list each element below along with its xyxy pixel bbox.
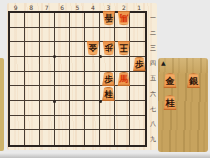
square-4-6[interactable]: [85, 86, 100, 101]
rank-label-6: 六: [149, 87, 157, 102]
sente-komadai: ▲ 金銀桂: [158, 58, 208, 152]
square-1-3[interactable]: [130, 42, 145, 57]
square-5-7[interactable]: [70, 101, 85, 116]
square-9-8[interactable]: [10, 116, 25, 131]
file-label-9: 9: [8, 4, 23, 11]
file-label-5: 5: [70, 4, 85, 11]
rank-label-5: 五: [149, 71, 157, 86]
square-5-3[interactable]: [70, 42, 85, 57]
square-5-5[interactable]: [70, 72, 85, 87]
square-8-6[interactable]: [25, 86, 40, 101]
square-9-2[interactable]: [10, 28, 25, 43]
square-7-8[interactable]: [40, 116, 55, 131]
square-7-9[interactable]: [40, 130, 55, 145]
square-1-9[interactable]: [130, 130, 145, 145]
square-9-1[interactable]: [10, 13, 25, 28]
sente-triangle-marker: ▲: [161, 60, 166, 66]
square-9-9[interactable]: [10, 130, 25, 145]
square-2-8[interactable]: [115, 116, 130, 131]
square-3-4[interactable]: [100, 57, 115, 72]
square-1-1[interactable]: [130, 13, 145, 28]
square-5-8[interactable]: [70, 116, 85, 131]
file-label-2: 2: [116, 4, 131, 11]
square-9-3[interactable]: [10, 42, 25, 57]
square-2-2[interactable]: [115, 28, 130, 43]
square-1-5[interactable]: [130, 72, 145, 87]
rank-label-1: 一: [149, 11, 157, 26]
hand-piece-gold[interactable]: 金: [163, 73, 177, 88]
square-8-2[interactable]: [25, 28, 40, 43]
file-label-3: 3: [101, 4, 116, 11]
square-3-8[interactable]: [100, 116, 115, 131]
file-label-4: 4: [85, 4, 100, 11]
hand-piece-silver[interactable]: 銀: [187, 73, 201, 88]
square-1-2[interactable]: [130, 28, 145, 43]
square-7-6[interactable]: [40, 86, 55, 101]
rank-label-4: 四: [149, 56, 157, 71]
square-7-1[interactable]: [40, 13, 55, 28]
hand-piece-knight[interactable]: 桂: [163, 95, 177, 110]
bottom-shade: [0, 153, 210, 158]
gote-komadai-edge: [0, 58, 4, 151]
square-5-9[interactable]: [70, 130, 85, 145]
square-5-1[interactable]: [70, 13, 85, 28]
square-9-4[interactable]: [10, 57, 25, 72]
tsume-shogi-screenshot: 987654321 一二三四五六七八九 香馬金歩王歩歩馬桂 ▲ 金銀桂: [0, 0, 210, 158]
square-6-5[interactable]: [55, 72, 70, 87]
rank-label-9: 九: [149, 132, 157, 147]
square-4-1[interactable]: [85, 13, 100, 28]
hoshi-point: [53, 100, 56, 103]
square-2-9[interactable]: [115, 130, 130, 145]
square-4-7[interactable]: [85, 101, 100, 116]
square-8-1[interactable]: [25, 13, 40, 28]
square-6-3[interactable]: [55, 42, 70, 57]
file-label-8: 8: [23, 4, 38, 11]
square-7-4[interactable]: [40, 57, 55, 72]
square-9-5[interactable]: [10, 72, 25, 87]
square-8-9[interactable]: [25, 130, 40, 145]
square-6-9[interactable]: [55, 130, 70, 145]
square-8-4[interactable]: [25, 57, 40, 72]
square-4-2[interactable]: [85, 28, 100, 43]
hoshi-point: [53, 55, 56, 58]
square-9-6[interactable]: [10, 86, 25, 101]
square-4-9[interactable]: [85, 130, 100, 145]
square-2-4[interactable]: [115, 57, 130, 72]
square-8-7[interactable]: [25, 101, 40, 116]
square-7-2[interactable]: [40, 28, 55, 43]
rank-label-3: 三: [149, 41, 157, 56]
square-6-1[interactable]: [55, 13, 70, 28]
rank-label-8: 八: [149, 117, 157, 132]
file-label-6: 6: [54, 4, 69, 11]
square-6-7[interactable]: [55, 101, 70, 116]
square-3-2[interactable]: [100, 28, 115, 43]
square-5-6[interactable]: [70, 86, 85, 101]
square-4-8[interactable]: [85, 116, 100, 131]
square-7-5[interactable]: [40, 72, 55, 87]
square-6-8[interactable]: [55, 116, 70, 131]
square-6-4[interactable]: [55, 57, 70, 72]
file-label-1: 1: [132, 4, 147, 11]
square-4-4[interactable]: [85, 57, 100, 72]
square-1-7[interactable]: [130, 101, 145, 116]
square-1-6[interactable]: [130, 86, 145, 101]
square-6-2[interactable]: [55, 28, 70, 43]
rank-label-2: 二: [149, 26, 157, 41]
square-6-6[interactable]: [55, 86, 70, 101]
square-5-4[interactable]: [70, 57, 85, 72]
rank-label-7: 七: [149, 102, 157, 117]
square-8-8[interactable]: [25, 116, 40, 131]
square-2-7[interactable]: [115, 101, 130, 116]
square-3-7[interactable]: [100, 101, 115, 116]
file-label-7: 7: [39, 4, 54, 11]
square-9-7[interactable]: [10, 101, 25, 116]
hoshi-point: [99, 55, 102, 58]
square-7-7[interactable]: [40, 101, 55, 116]
square-3-9[interactable]: [100, 130, 115, 145]
square-8-3[interactable]: [25, 42, 40, 57]
square-8-5[interactable]: [25, 72, 40, 87]
square-5-2[interactable]: [70, 28, 85, 43]
square-4-5[interactable]: [85, 72, 100, 87]
square-2-6[interactable]: [115, 86, 130, 101]
square-1-8[interactable]: [130, 116, 145, 131]
